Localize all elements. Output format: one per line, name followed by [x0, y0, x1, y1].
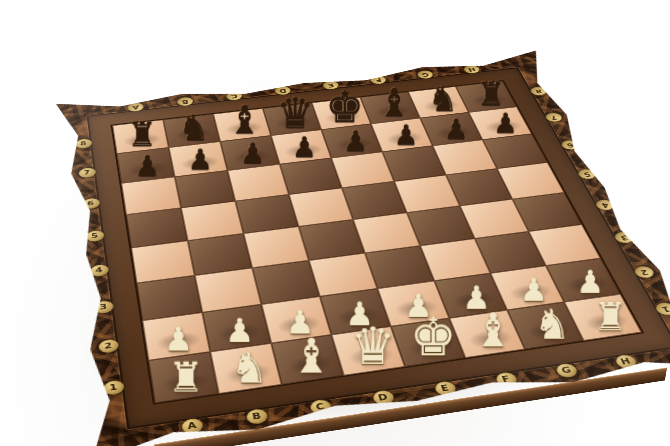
black-bishop[interactable]: ♝ [369, 84, 419, 122]
square-b4[interactable] [188, 234, 252, 276]
black-knight[interactable]: ♞ [168, 110, 220, 145]
square-a7[interactable]: ♟ [117, 148, 175, 184]
black-pawn[interactable]: ♟ [174, 146, 227, 174]
black-pawn[interactable]: ♟ [330, 127, 382, 155]
rank-label-left-1: 1 [102, 379, 124, 395]
white-queen[interactable]: ♛ [341, 320, 403, 371]
white-pawn[interactable]: ♟ [148, 323, 210, 356]
square-c1[interactable]: ♝ [271, 335, 344, 385]
white-knight[interactable]: ♞ [217, 346, 280, 389]
black-rook[interactable]: ♜ [116, 118, 168, 151]
chess-board: AABBCCDDEEFFGGHH1122334455667788 ♜♞♝♛♚♝♞… [45, 45, 670, 446]
white-bishop[interactable]: ♝ [462, 308, 524, 354]
white-rook[interactable]: ♜ [154, 357, 218, 398]
black-pawn[interactable]: ♟ [431, 116, 482, 144]
black-pawn[interactable]: ♟ [278, 133, 330, 161]
rank-label-left-7: 7 [78, 167, 96, 178]
photo-background: AABBCCDDEEFFGGHH1122334455667788 ♜♞♝♛♚♝♞… [0, 0, 670, 446]
rank-label-left-2: 2 [98, 338, 119, 353]
rank-label-left-5: 5 [85, 229, 104, 242]
black-pawn[interactable]: ♟ [380, 121, 432, 149]
black-pawn[interactable]: ♟ [226, 139, 279, 167]
rank-label-left-8: 8 [75, 138, 93, 149]
black-knight[interactable]: ♞ [418, 82, 468, 116]
black-king[interactable]: ♚ [319, 85, 370, 128]
square-d5[interactable] [289, 188, 353, 227]
square-c6[interactable] [228, 164, 289, 201]
square-b1[interactable]: ♞ [210, 343, 281, 394]
square-b6[interactable] [175, 170, 236, 207]
rank-label-left-3: 3 [93, 300, 113, 314]
white-bishop[interactable]: ♝ [280, 333, 343, 380]
white-king[interactable]: ♚ [402, 310, 464, 363]
white-rook[interactable]: ♜ [580, 297, 641, 336]
black-rook[interactable]: ♜ [466, 78, 516, 110]
white-pawn[interactable]: ♟ [561, 266, 620, 298]
black-queen[interactable]: ♛ [269, 92, 320, 134]
rank-label-left-6: 6 [81, 197, 100, 209]
rank-label-left-4: 4 [89, 264, 109, 278]
square-a4[interactable] [131, 241, 195, 283]
black-pawn[interactable]: ♟ [121, 152, 174, 181]
square-c5[interactable] [235, 194, 298, 233]
black-bishop[interactable]: ♝ [219, 101, 270, 139]
black-pawn[interactable]: ♟ [480, 110, 531, 137]
square-b3[interactable] [195, 268, 262, 313]
white-knight[interactable]: ♞ [521, 304, 582, 346]
